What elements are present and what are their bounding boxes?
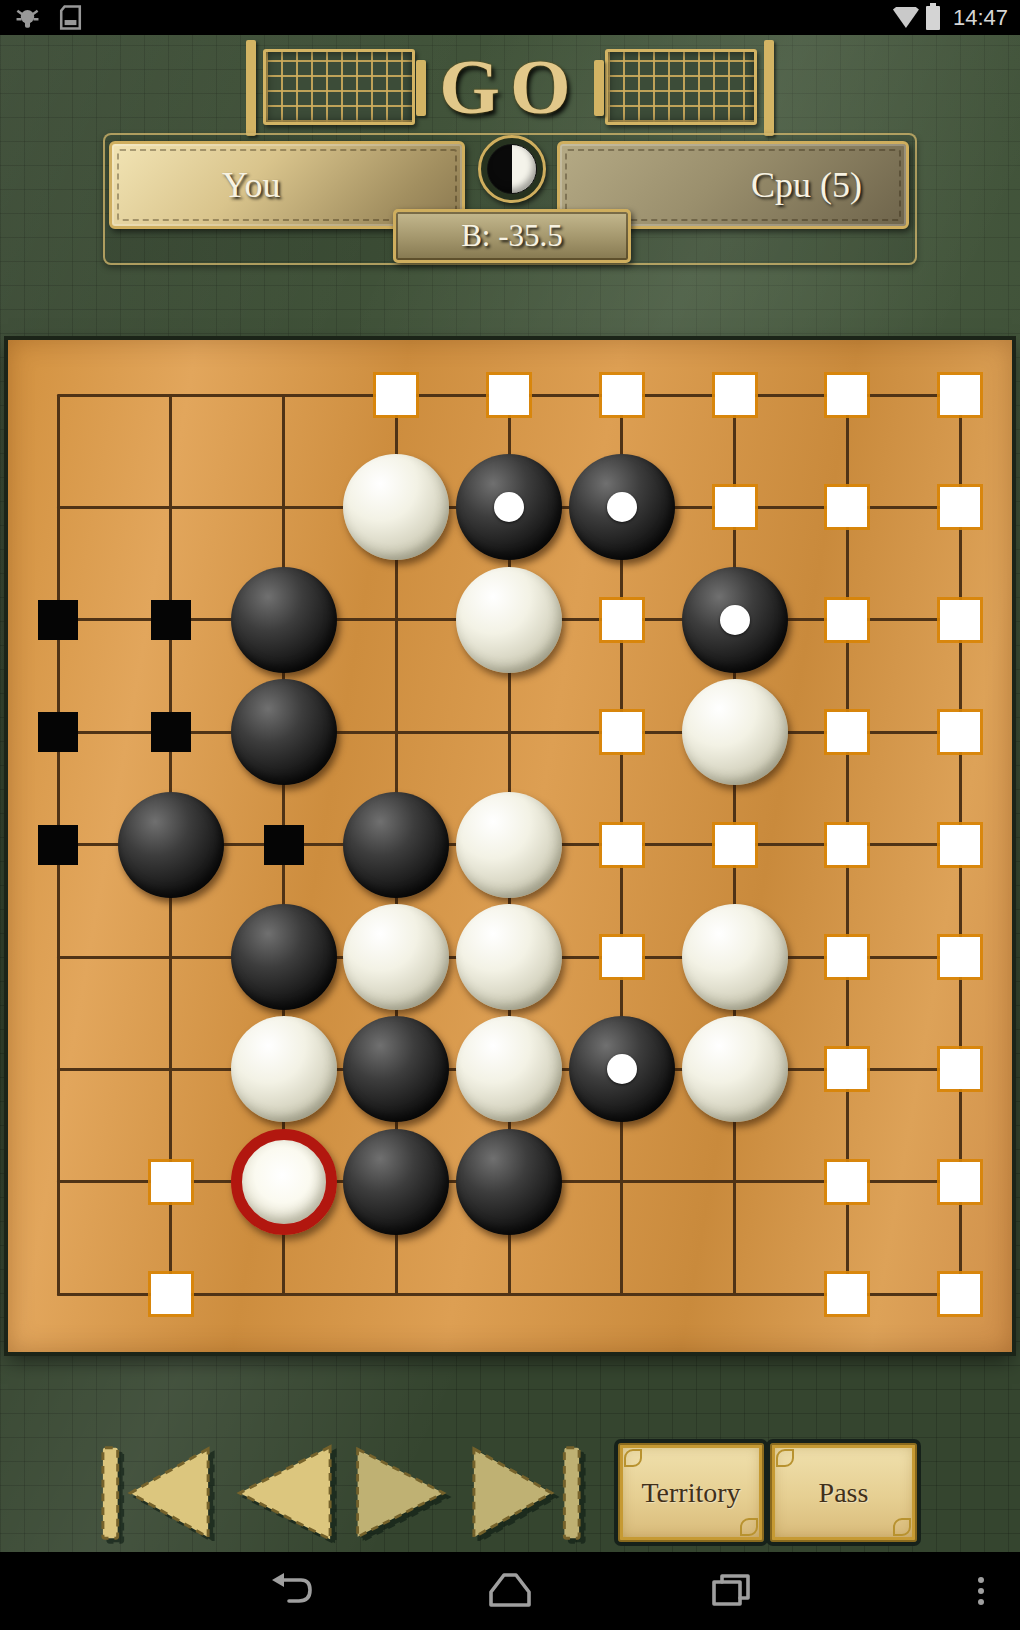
first-move-button[interactable] — [98, 1443, 216, 1543]
black-stone — [118, 792, 224, 898]
black-stone-dead — [569, 1016, 675, 1122]
android-navigation-bar — [0, 1552, 1020, 1630]
black-stone — [231, 567, 337, 673]
black-territory-marker — [151, 712, 191, 752]
white-territory-marker — [827, 375, 867, 415]
notification-area — [14, 4, 84, 31]
status-bar: 14:47 — [0, 0, 1020, 35]
banner-ornament-left — [263, 49, 415, 125]
player-name-cpu: Cpu (5) — [751, 164, 862, 206]
white-stone — [456, 904, 562, 1010]
white-territory-marker — [940, 825, 980, 865]
white-territory-marker — [940, 1162, 980, 1202]
white-stone — [682, 679, 788, 785]
white-territory-marker — [940, 1274, 980, 1314]
black-territory-marker — [151, 600, 191, 640]
android-menu-button[interactable] — [958, 1568, 1004, 1614]
board-grid[interactable] — [8, 340, 1012, 1352]
black-territory-marker — [38, 600, 78, 640]
bug-notification-icon — [14, 4, 41, 31]
white-stone — [343, 904, 449, 1010]
territory-button[interactable]: Territory — [618, 1443, 764, 1542]
white-territory-marker — [151, 1274, 191, 1314]
white-territory-marker — [715, 487, 755, 527]
white-territory-marker — [940, 487, 980, 527]
white-territory-marker — [602, 600, 642, 640]
black-stone — [343, 1129, 449, 1235]
white-stone — [456, 567, 562, 673]
previous-move-button[interactable] — [218, 1443, 336, 1543]
white-stone — [456, 1016, 562, 1122]
white-territory-marker — [827, 937, 867, 977]
white-territory-marker — [602, 712, 642, 752]
white-territory-marker — [602, 937, 642, 977]
white-territory-marker — [827, 1274, 867, 1314]
next-move-button[interactable] — [352, 1443, 464, 1543]
system-indicators: 14:47 — [893, 0, 1014, 35]
android-back-button[interactable] — [269, 1568, 315, 1614]
black-territory-marker — [264, 825, 304, 865]
dead-marker-dot — [607, 492, 637, 522]
black-stone — [343, 792, 449, 898]
wifi-icon — [893, 7, 919, 28]
white-territory-marker — [151, 1162, 191, 1202]
white-territory-marker — [376, 375, 416, 415]
go-app-screen: 14:47 GO You Cpu (5) B: -35.5 — [0, 0, 1020, 1630]
white-territory-marker — [827, 1049, 867, 1089]
half-stone-icon — [487, 144, 537, 194]
white-territory-marker — [715, 375, 755, 415]
grid-line-horizontal — [57, 1293, 962, 1296]
banner-ornament-right — [605, 49, 757, 125]
score-plaque: B: -35.5 — [393, 209, 631, 263]
white-territory-marker — [940, 937, 980, 977]
battery-icon — [926, 6, 940, 30]
white-territory-marker — [827, 600, 867, 640]
pass-button[interactable]: Pass — [770, 1443, 917, 1542]
android-home-button[interactable] — [487, 1568, 533, 1614]
black-territory-marker — [38, 825, 78, 865]
black-stone — [231, 679, 337, 785]
dead-marker-dot — [494, 492, 524, 522]
white-territory-marker — [827, 825, 867, 865]
white-territory-marker — [940, 600, 980, 640]
white-territory-marker — [940, 1049, 980, 1089]
turn-stone-badge — [478, 135, 546, 203]
white-stone — [231, 1016, 337, 1122]
score-value: B: -35.5 — [461, 218, 563, 254]
black-stone — [343, 1016, 449, 1122]
white-stone — [682, 904, 788, 1010]
white-stone — [456, 792, 562, 898]
white-stone — [682, 1016, 788, 1122]
white-stone — [343, 454, 449, 560]
black-stone-dead — [569, 454, 675, 560]
dead-marker-dot — [720, 605, 750, 635]
title-banner: GO — [0, 42, 1020, 132]
status-clock: 14:47 — [947, 5, 1014, 31]
go-board[interactable] — [8, 340, 1012, 1352]
android-recents-button[interactable] — [708, 1568, 754, 1614]
app-title: GO — [429, 42, 590, 132]
dead-marker-dot — [607, 1054, 637, 1084]
white-territory-marker — [715, 825, 755, 865]
white-stone-last-move — [231, 1129, 337, 1235]
player-name-you: You — [222, 164, 280, 206]
white-territory-marker — [489, 375, 529, 415]
white-territory-marker — [940, 375, 980, 415]
white-territory-marker — [827, 1162, 867, 1202]
black-stone-dead — [456, 454, 562, 560]
sdcard-notification-icon — [57, 4, 84, 31]
last-move-button[interactable] — [468, 1443, 586, 1543]
white-territory-marker — [602, 375, 642, 415]
black-stone — [456, 1129, 562, 1235]
white-territory-marker — [602, 825, 642, 865]
black-stone-dead — [682, 567, 788, 673]
white-territory-marker — [827, 712, 867, 752]
black-stone — [231, 904, 337, 1010]
player-bar: You Cpu (5) B: -35.5 — [103, 133, 917, 265]
black-territory-marker — [38, 712, 78, 752]
white-territory-marker — [827, 487, 867, 527]
white-territory-marker — [940, 712, 980, 752]
